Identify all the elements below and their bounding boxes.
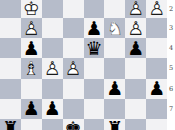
black-pawn: ♟ <box>22 39 41 58</box>
square-g2: ♚♔ <box>21 0 42 18</box>
rank-label-2: 2 <box>167 0 175 18</box>
square-h3 <box>0 18 21 38</box>
black-piece-glyph: ♟ <box>126 39 145 58</box>
square-c5 <box>104 58 125 78</box>
square-d7 <box>84 99 105 119</box>
black-pawn: ♟ <box>126 39 145 58</box>
square-a5 <box>146 58 167 78</box>
white-piece-outline: ♙ <box>64 59 83 78</box>
square-b7 <box>125 99 146 119</box>
square-c4 <box>104 38 125 58</box>
white-piece-outline: ♙ <box>43 59 62 78</box>
square-b6 <box>125 79 146 99</box>
square-e7 <box>63 99 84 119</box>
square-c8: ♜ <box>104 119 125 130</box>
square-g7: ♟ <box>21 99 42 119</box>
square-f3 <box>42 18 63 38</box>
white-pawn: ♟♙ <box>43 59 62 78</box>
white-pawn: ♟♙ <box>126 19 145 38</box>
rank-label-6: 6 <box>167 79 175 99</box>
square-h5 <box>0 58 21 78</box>
black-piece-glyph: ♟ <box>147 79 166 98</box>
black-king: ♚ <box>64 119 83 130</box>
white-piece-outline: ♔ <box>22 0 41 18</box>
square-e6 <box>63 79 84 99</box>
rank-label-5: 5 <box>167 58 175 78</box>
white-knight: ♞♘ <box>105 19 124 38</box>
square-d6 <box>84 79 105 99</box>
white-piece-outline: ♙ <box>22 19 41 38</box>
white-piece-outline: ♘ <box>105 19 124 38</box>
square-f8 <box>42 119 63 130</box>
black-piece-glyph: ♟ <box>43 99 62 118</box>
square-b3: ♟♙ <box>125 18 146 38</box>
square-e3 <box>63 18 84 38</box>
black-piece-glyph: ♜ <box>1 119 20 130</box>
rank-label-8 <box>167 119 175 130</box>
black-pawn: ♟ <box>43 99 62 118</box>
square-d4: ♛ <box>84 38 105 58</box>
black-piece-glyph: ♟ <box>22 39 41 58</box>
square-c7 <box>104 99 125 119</box>
white-pawn: ♟♙ <box>22 19 41 38</box>
white-pawn: ♟♙ <box>126 0 145 18</box>
square-b8 <box>125 119 146 130</box>
black-queen: ♛ <box>85 39 104 58</box>
square-c3: ♞♘ <box>104 18 125 38</box>
black-piece-glyph: ♛ <box>85 39 104 58</box>
rank-label-3: 3 <box>167 18 175 38</box>
square-a8 <box>146 119 167 130</box>
white-piece-outline: ♙ <box>147 0 166 18</box>
square-g3: ♟♙ <box>21 18 42 38</box>
square-h8: ♜ <box>0 119 21 130</box>
square-d2 <box>84 0 105 18</box>
square-d8 <box>84 119 105 130</box>
square-e2 <box>63 0 84 18</box>
square-d3: ♟ <box>84 18 105 38</box>
white-piece-outline: ♙ <box>126 19 145 38</box>
black-piece-glyph: ♟ <box>22 99 41 118</box>
white-pawn: ♟♙ <box>64 59 83 78</box>
square-g8 <box>21 119 42 130</box>
square-b5 <box>125 58 146 78</box>
black-pawn: ♟ <box>147 79 166 98</box>
white-piece-outline: ♗ <box>22 59 41 78</box>
chess-diagram: ♚♔♟♙♟♙2♟♙♟♞♘♟♙3♟♛♟4♝♗♟♙♟♙5♟♟6♟♟7♜♚♜ <box>0 0 175 130</box>
square-a2: ♟♙ <box>146 0 167 18</box>
black-pawn: ♟ <box>105 79 124 98</box>
square-g4: ♟ <box>21 38 42 58</box>
square-f2 <box>42 0 63 18</box>
square-a3 <box>146 18 167 38</box>
square-h4 <box>0 38 21 58</box>
square-d5 <box>84 58 105 78</box>
black-piece-glyph: ♜ <box>105 119 124 130</box>
white-king: ♚♔ <box>22 0 41 18</box>
square-f4 <box>42 38 63 58</box>
square-h6 <box>0 79 21 99</box>
black-piece-glyph: ♟ <box>105 79 124 98</box>
square-a4 <box>146 38 167 58</box>
square-g6 <box>21 79 42 99</box>
rank-label-7: 7 <box>167 99 175 119</box>
square-c6: ♟ <box>104 79 125 99</box>
square-b4: ♟ <box>125 38 146 58</box>
square-c2 <box>104 0 125 18</box>
black-piece-glyph: ♟ <box>85 19 104 38</box>
square-h2 <box>0 0 21 18</box>
black-piece-glyph: ♚ <box>64 119 83 130</box>
square-e4 <box>63 38 84 58</box>
square-h7 <box>0 99 21 119</box>
square-a7 <box>146 99 167 119</box>
square-f6 <box>42 79 63 99</box>
black-rook: ♜ <box>105 119 124 130</box>
square-e5: ♟♙ <box>63 58 84 78</box>
square-f5: ♟♙ <box>42 58 63 78</box>
white-pawn: ♟♙ <box>147 0 166 18</box>
black-pawn: ♟ <box>22 99 41 118</box>
rank-label-4: 4 <box>167 38 175 58</box>
square-e8: ♚ <box>63 119 84 130</box>
square-g5: ♝♗ <box>21 58 42 78</box>
square-b2: ♟♙ <box>125 0 146 18</box>
square-f7: ♟ <box>42 99 63 119</box>
white-piece-outline: ♙ <box>126 0 145 18</box>
black-rook: ♜ <box>1 119 20 130</box>
white-bishop: ♝♗ <box>22 59 41 78</box>
square-a6: ♟ <box>146 79 167 99</box>
black-pawn: ♟ <box>85 19 104 38</box>
chess-board: ♚♔♟♙♟♙2♟♙♟♞♘♟♙3♟♛♟4♝♗♟♙♟♙5♟♟6♟♟7♜♚♜ <box>0 0 175 130</box>
